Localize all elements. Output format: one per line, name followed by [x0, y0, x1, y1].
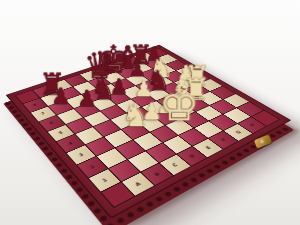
- square-a7: ♟: [48, 101, 72, 115]
- square-h2: [210, 100, 236, 114]
- piece-cream-king: ♚: [160, 84, 200, 127]
- piece-cream-knight: ♞: [121, 101, 149, 131]
- chess-set-photo: 8♜♛♚♝♜♟7♟♟6♟♞♟♞5♟♞♟4♜3♞♟♟♝♜2♚1ABCDEFGH: [0, 0, 300, 225]
- border-cell: [237, 102, 263, 116]
- piece-red-pawn: ♟: [51, 86, 71, 107]
- chess-board: 8♜♛♚♝♜♟7♟♟6♟♞♟♞5♟♞♟4♜3♞♟♟♝♜2♚1ABCDEFGH: [15, 48, 281, 208]
- piece-red-pawn: ♟: [77, 89, 97, 110]
- board-rim: 8♜♛♚♝♜♟7♟♟6♟♞♟♞5♟♞♟4♜3♞♟♟♝♜2♚1ABCDEFGH: [6, 45, 292, 219]
